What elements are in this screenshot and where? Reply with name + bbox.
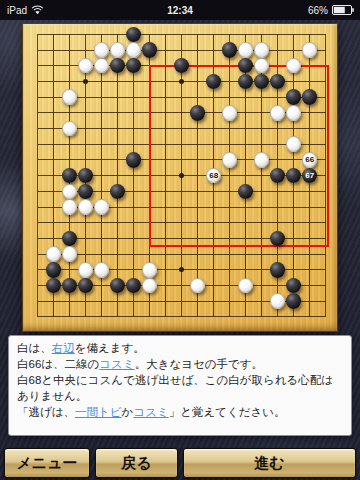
battery-percent: 66% <box>308 5 328 16</box>
battery-icon <box>332 5 354 15</box>
white-stone <box>238 278 254 294</box>
white-stone <box>94 262 110 278</box>
white-stone <box>254 42 270 58</box>
commentary-line: 白66は、二線のコスミ。大きなヨセの手です。 <box>17 356 343 372</box>
white-stone <box>142 278 158 294</box>
black-stone <box>190 105 206 121</box>
black-stone <box>110 58 126 74</box>
white-stone <box>94 58 110 74</box>
black-stone <box>62 231 78 247</box>
glossary-link[interactable]: コスミ <box>99 358 134 370</box>
white-stone <box>62 121 78 137</box>
go-board[interactable]: 666867 <box>22 23 338 332</box>
white-stone <box>78 199 94 215</box>
black-stone <box>62 278 78 294</box>
black-stone <box>110 184 126 200</box>
forward-button-label: 進む <box>254 454 284 473</box>
glossary-link[interactable]: コスミ <box>133 406 168 418</box>
commentary-panel: 白は、右辺を備えます。白66は、二線のコスミ。大きなヨセの手です。白68と中央に… <box>8 335 352 436</box>
clock: 12:34 <box>0 5 360 16</box>
glossary-link[interactable]: 一間トビ <box>75 406 122 418</box>
menu-button[interactable]: メニュー <box>4 448 90 478</box>
glossary-link[interactable]: 右辺 <box>52 342 75 354</box>
black-stone <box>286 278 302 294</box>
white-stone <box>270 293 286 309</box>
white-stone <box>126 42 142 58</box>
commentary-text: 」と覚えてください。 <box>169 406 286 418</box>
black-stone <box>222 42 238 58</box>
black-stone <box>126 152 142 168</box>
black-stone <box>46 278 62 294</box>
commentary-text: 「逃げは、 <box>17 406 75 418</box>
white-stone <box>94 199 110 215</box>
black-stone <box>126 278 142 294</box>
white-stone <box>286 105 302 121</box>
white-stone <box>62 199 78 215</box>
black-stone <box>126 27 142 43</box>
black-stone <box>62 168 78 184</box>
white-stone <box>62 184 78 200</box>
white-stone <box>142 262 158 278</box>
white-stone <box>78 262 94 278</box>
status-bar: iPad 12:34 66% <box>0 0 360 20</box>
commentary-text: か <box>122 406 134 418</box>
white-stone <box>222 105 238 121</box>
menu-button-label: メニュー <box>16 454 77 473</box>
black-stone <box>142 42 158 58</box>
star-point <box>179 267 184 272</box>
black-stone <box>78 184 94 200</box>
white-stone-66: 66 <box>302 152 318 168</box>
white-stone <box>94 42 110 58</box>
black-stone <box>270 262 286 278</box>
black-stone <box>286 293 302 309</box>
white-stone <box>62 246 78 262</box>
white-stone <box>78 58 94 74</box>
white-stone <box>302 42 318 58</box>
black-stone <box>110 278 126 294</box>
white-stone <box>190 278 206 294</box>
commentary-text: 白66は、二線の <box>17 358 99 370</box>
white-stone <box>222 152 238 168</box>
back-button[interactable]: 戻る <box>95 448 178 478</box>
commentary-line: 白は、右辺を備えます。 <box>17 340 343 356</box>
black-stone <box>126 58 142 74</box>
battery-group: 66% <box>308 5 354 16</box>
commentary-line: 白68と中央にコスんで逃げ出せば、この白が取られる心配はありません。 <box>17 372 343 404</box>
back-button-label: 戻る <box>121 454 151 473</box>
black-stone <box>78 168 94 184</box>
white-stone <box>270 105 286 121</box>
black-stone <box>78 278 94 294</box>
white-stone <box>62 89 78 105</box>
forward-button[interactable]: 進む <box>183 448 356 478</box>
commentary-text: を備えます。 <box>75 342 145 354</box>
white-stone <box>238 42 254 58</box>
star-point <box>83 79 88 84</box>
grid-line-horizontal <box>38 316 326 317</box>
white-stone <box>254 152 270 168</box>
commentary-text: 白は、 <box>17 342 52 354</box>
grid-line-horizontal <box>38 254 326 255</box>
white-stone <box>46 246 62 262</box>
commentary-text: 白68と中央にコスんで逃げ出せば、この白が取られる心配はありません。 <box>17 374 333 402</box>
white-stone <box>110 42 126 58</box>
black-stone <box>46 262 62 278</box>
commentary-text: 。大きなヨセの手です。 <box>135 358 263 370</box>
commentary-line: 「逃げは、一間トビかコスミ」と覚えてください。 <box>17 404 343 420</box>
